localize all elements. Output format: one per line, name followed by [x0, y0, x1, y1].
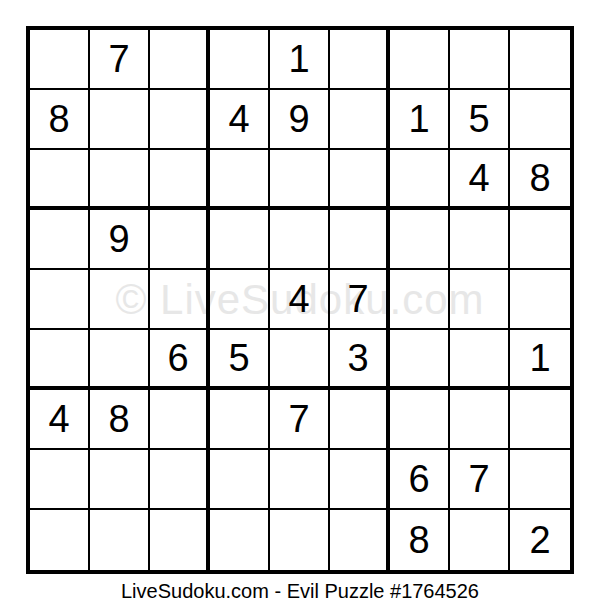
cell-r8c8: 7	[450, 450, 510, 510]
cell-r1c1	[30, 30, 90, 90]
sudoku-grid: 71849154894765314876782	[30, 30, 570, 570]
cell-r1c7	[390, 30, 450, 90]
cell-r9c3	[150, 510, 210, 570]
cell-r9c5	[270, 510, 330, 570]
cell-r4c5	[270, 210, 330, 270]
cell-r2c2	[90, 90, 150, 150]
cell-r7c4	[210, 390, 270, 450]
cell-r6c4: 5	[210, 330, 270, 390]
cell-r6c6: 3	[330, 330, 390, 390]
cell-r8c3	[150, 450, 210, 510]
cell-r8c4	[210, 450, 270, 510]
cell-r5c7	[390, 270, 450, 330]
cell-r4c2: 9	[90, 210, 150, 270]
cell-r8c6	[330, 450, 390, 510]
cell-r2c6	[330, 90, 390, 150]
cell-r5c4	[210, 270, 270, 330]
cell-r4c4	[210, 210, 270, 270]
cell-r3c2	[90, 150, 150, 210]
cell-r9c7: 8	[390, 510, 450, 570]
cell-r4c3	[150, 210, 210, 270]
cell-r2c1: 8	[30, 90, 90, 150]
cell-r4c7	[390, 210, 450, 270]
cell-r7c6	[330, 390, 390, 450]
cell-r3c5	[270, 150, 330, 210]
cell-r3c4	[210, 150, 270, 210]
caption: LiveSudoku.com - Evil Puzzle #1764526	[0, 580, 600, 603]
cell-r7c8	[450, 390, 510, 450]
cell-r9c6	[330, 510, 390, 570]
page: © LiveSudoku.com 71849154894765314876782…	[0, 0, 600, 615]
cell-r9c9: 2	[510, 510, 570, 570]
cell-r1c8	[450, 30, 510, 90]
cell-r8c2	[90, 450, 150, 510]
cell-r7c7	[390, 390, 450, 450]
cell-r3c7	[390, 150, 450, 210]
cell-r7c1: 4	[30, 390, 90, 450]
cell-r1c3	[150, 30, 210, 90]
cell-r6c8	[450, 330, 510, 390]
cell-r1c2: 7	[90, 30, 150, 90]
cell-r1c9	[510, 30, 570, 90]
cell-r2c5: 9	[270, 90, 330, 150]
cell-r5c9	[510, 270, 570, 330]
cell-r7c5: 7	[270, 390, 330, 450]
cell-r6c2	[90, 330, 150, 390]
cell-r3c8: 4	[450, 150, 510, 210]
cell-r9c4	[210, 510, 270, 570]
cell-r5c1	[30, 270, 90, 330]
cell-r8c1	[30, 450, 90, 510]
sudoku-board: © LiveSudoku.com 71849154894765314876782	[26, 26, 574, 574]
cell-r4c8	[450, 210, 510, 270]
cell-r5c6: 7	[330, 270, 390, 330]
cell-r9c1	[30, 510, 90, 570]
cell-r1c6	[330, 30, 390, 90]
cell-r1c4	[210, 30, 270, 90]
cell-r2c8: 5	[450, 90, 510, 150]
cell-r3c6	[330, 150, 390, 210]
cell-r6c5	[270, 330, 330, 390]
cell-r9c8	[450, 510, 510, 570]
cell-r5c2	[90, 270, 150, 330]
cell-r6c7	[390, 330, 450, 390]
cell-r7c3	[150, 390, 210, 450]
cell-r7c2: 8	[90, 390, 150, 450]
cell-r5c8	[450, 270, 510, 330]
cell-r8c5	[270, 450, 330, 510]
cell-r4c6	[330, 210, 390, 270]
cell-r2c7: 1	[390, 90, 450, 150]
cell-r4c1	[30, 210, 90, 270]
cell-r6c3: 6	[150, 330, 210, 390]
cell-r1c5: 1	[270, 30, 330, 90]
cell-r3c9: 8	[510, 150, 570, 210]
cell-r8c9	[510, 450, 570, 510]
cell-r9c2	[90, 510, 150, 570]
cell-r5c5: 4	[270, 270, 330, 330]
cell-r4c9	[510, 210, 570, 270]
cell-r3c1	[30, 150, 90, 210]
cell-r5c3	[150, 270, 210, 330]
cell-r2c4: 4	[210, 90, 270, 150]
cell-r2c3	[150, 90, 210, 150]
cell-r2c9	[510, 90, 570, 150]
cell-r7c9	[510, 390, 570, 450]
cell-r6c1	[30, 330, 90, 390]
cell-r3c3	[150, 150, 210, 210]
cell-r8c7: 6	[390, 450, 450, 510]
cell-r6c9: 1	[510, 330, 570, 390]
